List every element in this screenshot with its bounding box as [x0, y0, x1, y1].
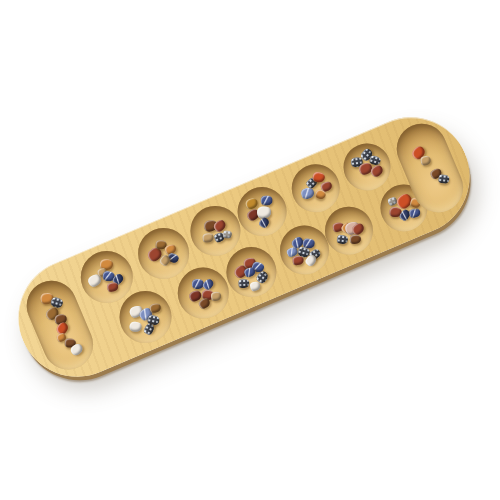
stone-speckled — [437, 174, 449, 184]
stone-speckled — [336, 234, 348, 244]
stone-sodalite_dark — [257, 216, 270, 229]
stone-brown — [349, 234, 360, 244]
stone-sodalite — [260, 195, 273, 206]
stone-speckled — [237, 278, 248, 288]
stone-tiger — [148, 302, 161, 313]
stone-sodalite — [191, 278, 204, 289]
stone-gold — [244, 196, 259, 210]
stone-tan — [201, 232, 213, 242]
stone-jasper — [106, 281, 119, 292]
stone-jasper — [292, 255, 304, 265]
stone-tan — [420, 155, 432, 166]
stone-tan — [210, 291, 221, 301]
stone-sodalite — [408, 207, 421, 218]
stone-white — [129, 322, 141, 332]
product-photo-scene — [0, 0, 500, 500]
stone-gray — [222, 230, 232, 239]
mancala-board — [0, 99, 488, 395]
stone-sodalite_light — [299, 186, 314, 200]
